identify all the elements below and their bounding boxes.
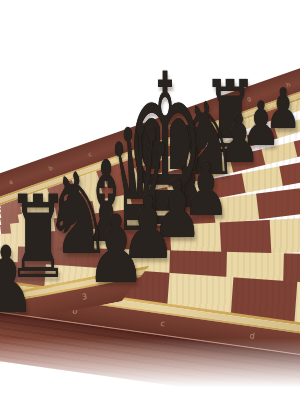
- black-pawn-a7[interactable]: ♟: [0, 235, 36, 327]
- chess-set-photo: abcdefgh bcd 23: [0, 0, 300, 400]
- pieces-layer: ♟♟♜♟♞♝♟♚♛♟♝♞♟♜♟♟: [0, 0, 300, 400]
- black-pawn-b7[interactable]: ♟: [86, 203, 147, 297]
